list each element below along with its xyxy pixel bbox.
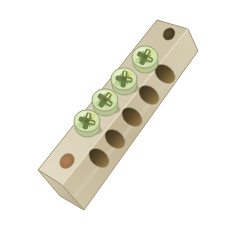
product-photo: Overhead product photo of a brass screw-…	[0, 0, 228, 228]
terminal-bar	[38, 20, 198, 210]
screw-center	[103, 98, 107, 102]
screw-center	[143, 55, 147, 59]
screw-center	[122, 77, 126, 81]
terminal-strip-image	[0, 0, 228, 228]
screw-center	[85, 119, 89, 123]
bar-ridge-highlight	[62, 29, 188, 185]
photo-stage: Overhead product photo of a brass screw-…	[0, 0, 228, 228]
